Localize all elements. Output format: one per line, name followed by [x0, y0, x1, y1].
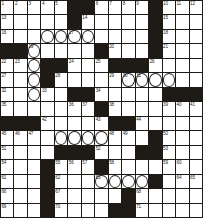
- crossword-cell[interactable]: [82, 30, 94, 43]
- crossword-cell[interactable]: [136, 88, 148, 101]
- crossword-cell[interactable]: 9: [136, 1, 148, 14]
- crossword-cell[interactable]: [14, 160, 26, 173]
- crossword-cell[interactable]: [176, 204, 188, 217]
- crossword-cell[interactable]: [82, 189, 94, 202]
- crossword-cell[interactable]: [176, 189, 188, 202]
- theme-circle-marker: [163, 73, 175, 86]
- crossword-cell[interactable]: 14: [82, 15, 94, 28]
- crossword-cell[interactable]: 20: [109, 44, 121, 57]
- crossword-cell[interactable]: [122, 15, 134, 28]
- clue-number: 26: [150, 59, 155, 64]
- crossword-cell[interactable]: [14, 146, 26, 159]
- clue-number: 39: [163, 102, 168, 107]
- crossword-cell[interactable]: [163, 59, 175, 72]
- crossword-cell[interactable]: [149, 189, 161, 202]
- crossword-grid: 1234567891011121314151617181920212223242…: [0, 0, 203, 218]
- crossword-cell[interactable]: [28, 15, 40, 28]
- crossword-cell[interactable]: 64: [176, 175, 188, 188]
- crossword-cell[interactable]: [190, 73, 202, 86]
- theme-circle-marker: [28, 59, 40, 72]
- crossword-cell[interactable]: [163, 117, 175, 130]
- crossword-cell[interactable]: 2: [14, 1, 26, 14]
- clue-number: 14: [82, 15, 87, 20]
- crossword-cell[interactable]: [55, 15, 67, 28]
- crossword-cell[interactable]: 39: [163, 102, 175, 115]
- theme-circle-marker: [55, 30, 67, 43]
- crossword-cell[interactable]: 5: [55, 1, 67, 14]
- clue-number: 32: [2, 88, 7, 93]
- black-cell: [109, 59, 121, 72]
- crossword-cell[interactable]: 48: [109, 131, 121, 144]
- crossword-cell[interactable]: 57: [82, 160, 94, 173]
- black-cell: [82, 1, 94, 14]
- clue-number: 66: [2, 189, 7, 194]
- crossword-cell[interactable]: 40: [176, 102, 188, 115]
- crossword-cell[interactable]: 17: [68, 30, 80, 43]
- crossword-cell[interactable]: 43: [95, 117, 107, 130]
- crossword-cell[interactable]: 54: [1, 160, 13, 173]
- crossword-cell[interactable]: [190, 44, 202, 57]
- crossword-cell[interactable]: [41, 30, 53, 43]
- crossword-cell[interactable]: [149, 160, 161, 173]
- clue-number: 42: [42, 117, 47, 122]
- crossword-cell[interactable]: [28, 146, 40, 159]
- crossword-cell[interactable]: 61: [1, 175, 13, 188]
- crossword-cell[interactable]: [55, 44, 67, 57]
- crossword-cell[interactable]: [41, 102, 53, 115]
- crossword-cell[interactable]: 22: [1, 59, 13, 72]
- clue-number: 5: [55, 1, 57, 6]
- black-cell: [136, 59, 148, 72]
- clue-number: 23: [15, 59, 20, 64]
- crossword-cell[interactable]: 38: [109, 102, 121, 115]
- crossword-cell[interactable]: [190, 189, 202, 202]
- clue-number: 70: [55, 204, 60, 209]
- crossword-cell[interactable]: 70: [55, 204, 67, 217]
- black-cell: [149, 175, 161, 188]
- crossword-cell[interactable]: [190, 131, 202, 144]
- crossword-cell[interactable]: [136, 44, 148, 57]
- clue-number: 47: [28, 131, 33, 136]
- crossword-cell[interactable]: 10: [163, 1, 175, 14]
- crossword-cell[interactable]: 44: [136, 117, 148, 130]
- theme-circle-marker: [28, 73, 40, 86]
- crossword-cell[interactable]: 42: [41, 117, 53, 130]
- crossword-cell[interactable]: 37: [82, 102, 94, 115]
- clue-number: 30: [123, 73, 128, 78]
- clue-number: 71: [136, 204, 141, 209]
- crossword-cell[interactable]: 47: [28, 131, 40, 144]
- theme-circle-marker: [149, 73, 161, 86]
- crossword-cell[interactable]: [95, 73, 107, 86]
- clue-number: 25: [96, 59, 101, 64]
- crossword-cell[interactable]: 68: [136, 189, 148, 202]
- crossword-cell[interactable]: 3: [28, 1, 40, 14]
- crossword-cell[interactable]: [82, 117, 94, 130]
- crossword-cell[interactable]: 59: [163, 160, 175, 173]
- black-cell: [122, 189, 134, 202]
- crossword-cell[interactable]: [95, 30, 107, 43]
- clue-number: 55: [55, 160, 60, 165]
- theme-circle-marker: [136, 175, 148, 188]
- clue-number: 52: [96, 146, 101, 151]
- clue-number: 20: [109, 44, 114, 49]
- crossword-cell[interactable]: 4: [41, 1, 53, 14]
- black-cell: [149, 1, 161, 14]
- crossword-cell[interactable]: [190, 204, 202, 217]
- clue-number: 45: [2, 131, 7, 136]
- black-cell: [122, 59, 134, 72]
- crossword-cell[interactable]: [136, 102, 148, 115]
- clue-number: 16: [2, 30, 7, 35]
- crossword-cell[interactable]: [82, 175, 94, 188]
- crossword-cell[interactable]: [190, 160, 202, 173]
- clue-number: 1: [2, 1, 4, 6]
- crossword-cell[interactable]: [136, 30, 148, 43]
- crossword-cell[interactable]: [55, 102, 67, 115]
- clue-number: 35: [2, 102, 7, 107]
- clue-number: 9: [136, 1, 138, 6]
- crossword-cell[interactable]: [176, 73, 188, 86]
- clue-number: 22: [2, 59, 7, 64]
- crossword-cell[interactable]: [122, 44, 134, 57]
- black-cell: [55, 59, 67, 72]
- crossword-cell[interactable]: 28: [55, 73, 67, 86]
- clue-number: 61: [2, 175, 7, 180]
- black-cell: [41, 73, 53, 86]
- clue-number: 10: [163, 1, 168, 6]
- crossword-cell[interactable]: [14, 102, 26, 115]
- crossword-cell[interactable]: 13: [1, 15, 13, 28]
- clue-number: 15: [163, 15, 168, 20]
- crossword-cell[interactable]: [136, 160, 148, 173]
- clue-number: 38: [109, 102, 114, 107]
- black-cell: [190, 88, 202, 101]
- clue-number: 33: [42, 88, 47, 93]
- crossword-cell[interactable]: [190, 15, 202, 28]
- clue-number: 67: [55, 189, 60, 194]
- crossword-cell[interactable]: [82, 204, 94, 217]
- crossword-cell[interactable]: 34: [95, 88, 107, 101]
- crossword-cell[interactable]: [28, 204, 40, 217]
- crossword-cell[interactable]: 62: [55, 175, 67, 188]
- crossword-cell[interactable]: [68, 131, 80, 144]
- crossword-cell[interactable]: [41, 15, 53, 28]
- crossword-cell[interactable]: [176, 59, 188, 72]
- theme-circle-marker: [109, 175, 121, 188]
- theme-circle-marker: [55, 131, 67, 144]
- clue-number: 3: [28, 1, 30, 6]
- black-cell: [149, 30, 161, 43]
- crossword-cell[interactable]: [136, 175, 148, 188]
- crossword-cell[interactable]: 25: [95, 59, 107, 72]
- crossword-cell[interactable]: [149, 73, 161, 86]
- crossword-cell[interactable]: [149, 204, 161, 217]
- clue-number: 17: [69, 30, 74, 35]
- black-cell: [14, 44, 26, 57]
- crossword-cell[interactable]: [41, 131, 53, 144]
- clue-number: 60: [177, 160, 182, 165]
- clue-number: 18: [163, 30, 168, 35]
- crossword-cell[interactable]: [68, 73, 80, 86]
- crossword-cell[interactable]: [68, 175, 80, 188]
- clue-number: 62: [55, 175, 60, 180]
- clue-number: 27: [2, 73, 7, 78]
- clue-number: 12: [190, 1, 195, 6]
- crossword-cell[interactable]: [122, 102, 134, 115]
- crossword-cell[interactable]: 56: [68, 160, 80, 173]
- crossword-cell[interactable]: 8: [122, 1, 134, 14]
- black-cell: [82, 146, 94, 159]
- crossword-cell[interactable]: 29: [109, 73, 121, 86]
- black-cell: [149, 44, 161, 57]
- crossword-cell[interactable]: 60: [176, 160, 188, 173]
- crossword-cell[interactable]: [14, 73, 26, 86]
- crossword-cell[interactable]: 52: [95, 146, 107, 159]
- clue-number: 34: [96, 88, 101, 93]
- crossword-cell[interactable]: [82, 44, 94, 57]
- theme-circle-marker: [41, 30, 53, 43]
- crossword-cell[interactable]: [28, 73, 40, 86]
- clue-number: 8: [123, 1, 125, 6]
- crossword-cell[interactable]: 36: [68, 102, 80, 115]
- crossword-cell[interactable]: [136, 131, 148, 144]
- crossword-cell[interactable]: [163, 204, 175, 217]
- crossword-cell[interactable]: [14, 189, 26, 202]
- crossword-cell[interactable]: [122, 160, 134, 173]
- crossword-cell[interactable]: [163, 73, 175, 86]
- black-cell: [28, 117, 40, 130]
- clue-number: 59: [163, 160, 168, 165]
- black-cell: [68, 146, 80, 159]
- clue-number: 28: [55, 73, 60, 78]
- crossword-cell[interactable]: 67: [55, 189, 67, 202]
- clue-number: 49: [123, 131, 128, 136]
- crossword-cell[interactable]: 12: [190, 1, 202, 14]
- crossword-cell[interactable]: [95, 189, 107, 202]
- crossword-cell[interactable]: [41, 146, 53, 159]
- black-cell: [41, 160, 53, 173]
- crossword-cell[interactable]: 63: [95, 175, 107, 188]
- black-cell: [95, 44, 107, 57]
- clue-number: 53: [163, 146, 168, 151]
- crossword-cell[interactable]: 6: [95, 1, 107, 14]
- crossword-cell[interactable]: [109, 189, 121, 202]
- clue-number: 36: [69, 102, 74, 107]
- clue-number: 4: [42, 1, 44, 6]
- clue-number: 41: [190, 102, 195, 107]
- crossword-cell[interactable]: [28, 189, 40, 202]
- crossword-cell[interactable]: [190, 146, 202, 159]
- black-cell: [149, 15, 161, 28]
- black-cell: [122, 117, 134, 130]
- crossword-cell[interactable]: [28, 59, 40, 72]
- black-cell: [109, 117, 121, 130]
- crossword-cell[interactable]: [28, 160, 40, 173]
- crossword-cell[interactable]: [55, 88, 67, 101]
- crossword-cell[interactable]: 55: [55, 160, 67, 173]
- crossword-cell[interactable]: [95, 131, 107, 144]
- crossword-cell[interactable]: 19: [28, 44, 40, 57]
- crossword-cell[interactable]: [190, 117, 202, 130]
- crossword-cell[interactable]: [136, 15, 148, 28]
- crossword-cell[interactable]: 32: [1, 88, 13, 101]
- crossword-cell[interactable]: [190, 30, 202, 43]
- theme-circle-marker: [122, 175, 134, 188]
- clue-number: 58: [109, 160, 114, 165]
- crossword-cell[interactable]: [122, 175, 134, 188]
- black-cell: [68, 1, 80, 14]
- black-cell: [149, 131, 161, 144]
- crossword-cell[interactable]: 16: [1, 30, 13, 43]
- black-cell: [95, 102, 107, 115]
- crossword-cell[interactable]: 69: [1, 204, 13, 217]
- clue-number: 7: [109, 1, 111, 6]
- crossword-cell[interactable]: 71: [136, 204, 148, 217]
- crossword-cell[interactable]: [82, 59, 94, 72]
- crossword-cell[interactable]: [95, 204, 107, 217]
- crossword-cell[interactable]: 21: [163, 44, 175, 57]
- crossword-cell[interactable]: [68, 204, 80, 217]
- crossword-cell[interactable]: 33: [41, 88, 53, 101]
- crossword-cell[interactable]: [109, 30, 121, 43]
- crossword-cell[interactable]: 51: [1, 146, 13, 159]
- clue-number: 21: [163, 44, 168, 49]
- clue-number: 51: [2, 146, 7, 151]
- crossword-cell[interactable]: 15: [163, 15, 175, 28]
- crossword-cell[interactable]: 23: [14, 59, 26, 72]
- crossword-cell[interactable]: [122, 146, 134, 159]
- clue-number: 43: [96, 117, 101, 122]
- clue-number: 37: [82, 102, 87, 107]
- clue-number: 54: [2, 160, 7, 165]
- crossword-cell[interactable]: [149, 88, 161, 101]
- clue-number: 24: [69, 59, 74, 64]
- crossword-cell[interactable]: 45: [1, 131, 13, 144]
- crossword-cell[interactable]: 50: [163, 131, 175, 144]
- crossword-cell[interactable]: [95, 15, 107, 28]
- crossword-cell[interactable]: 58: [109, 160, 121, 173]
- clue-number: 56: [69, 160, 74, 165]
- theme-circle-marker: [82, 131, 94, 144]
- crossword-cell[interactable]: 11: [176, 1, 188, 14]
- clue-number: 31: [136, 73, 141, 78]
- crossword-cell[interactable]: [14, 30, 26, 43]
- crossword-cell[interactable]: [82, 73, 94, 86]
- crossword-cell[interactable]: [122, 88, 134, 101]
- black-cell: [109, 204, 121, 217]
- crossword-cell[interactable]: [109, 88, 121, 101]
- crossword-cell[interactable]: [190, 59, 202, 72]
- crossword-cell[interactable]: [68, 44, 80, 57]
- black-cell: [68, 88, 80, 101]
- clue-number: 69: [2, 204, 7, 209]
- crossword-cell[interactable]: [109, 15, 121, 28]
- crossword-cell[interactable]: 41: [190, 102, 202, 115]
- crossword-cell[interactable]: 66: [1, 189, 13, 202]
- crossword-cell[interactable]: 46: [14, 131, 26, 144]
- black-cell: [55, 146, 67, 159]
- crossword-cell[interactable]: [28, 102, 40, 115]
- crossword-cell[interactable]: [28, 30, 40, 43]
- black-cell: [41, 189, 53, 202]
- clue-number: 57: [82, 160, 87, 165]
- crossword-cell[interactable]: 27: [1, 73, 13, 86]
- crossword-cell[interactable]: 18: [163, 30, 175, 43]
- crossword-cell[interactable]: [109, 175, 121, 188]
- black-cell: [68, 15, 80, 28]
- clue-number: 63: [96, 175, 101, 180]
- crossword-cell[interactable]: 1: [1, 1, 13, 14]
- crossword-cell[interactable]: [55, 131, 67, 144]
- black-cell: [1, 117, 13, 130]
- crossword-cell[interactable]: [28, 88, 40, 101]
- crossword-cell[interactable]: 35: [1, 102, 13, 115]
- crossword-cell[interactable]: [14, 175, 26, 188]
- clue-number: 11: [177, 1, 181, 6]
- clue-number: 19: [28, 44, 33, 49]
- black-cell: [41, 59, 53, 72]
- crossword-cell[interactable]: [176, 30, 188, 43]
- crossword-cell[interactable]: 65: [190, 175, 202, 188]
- crossword-cell[interactable]: [176, 15, 188, 28]
- clue-number: 64: [177, 175, 182, 180]
- crossword-cell[interactable]: [41, 44, 53, 57]
- clue-number: 40: [177, 102, 182, 107]
- crossword-cell[interactable]: [82, 131, 94, 144]
- crossword-cell[interactable]: [14, 88, 26, 101]
- crossword-cell[interactable]: [122, 30, 134, 43]
- clue-number: 13: [2, 15, 7, 20]
- clue-number: 50: [163, 131, 168, 136]
- crossword-cell[interactable]: [176, 44, 188, 57]
- crossword-cell[interactable]: [149, 117, 161, 130]
- crossword-cell[interactable]: 49: [122, 131, 134, 144]
- crossword-cell[interactable]: 31: [136, 73, 148, 86]
- crossword-cell[interactable]: [163, 175, 175, 188]
- black-cell: [122, 204, 134, 217]
- clue-number: 6: [96, 1, 98, 6]
- crossword-cell[interactable]: [68, 189, 80, 202]
- clue-number: 44: [136, 117, 141, 122]
- crossword-cell[interactable]: 7: [109, 1, 121, 14]
- crossword-cell[interactable]: [55, 117, 67, 130]
- crossword-cell[interactable]: [163, 189, 175, 202]
- clue-number: 29: [109, 73, 114, 78]
- crossword-cell[interactable]: [14, 204, 26, 217]
- crossword-cell[interactable]: 30: [122, 73, 134, 86]
- crossword-cell[interactable]: 26: [149, 59, 161, 72]
- crossword-cell[interactable]: [176, 131, 188, 144]
- black-cell: [163, 88, 175, 101]
- crossword-cell[interactable]: [28, 175, 40, 188]
- black-cell: [136, 146, 148, 159]
- black-cell: [1, 44, 13, 57]
- crossword-cell[interactable]: [55, 30, 67, 43]
- crossword-cell[interactable]: 53: [163, 146, 175, 159]
- crossword-cell[interactable]: [68, 117, 80, 130]
- crossword-cell[interactable]: [14, 15, 26, 28]
- crossword-cell[interactable]: [149, 102, 161, 115]
- crossword-cell[interactable]: 24: [68, 59, 80, 72]
- crossword-cell[interactable]: [109, 146, 121, 159]
- theme-circle-marker: [82, 30, 94, 43]
- crossword-cell[interactable]: [176, 146, 188, 159]
- black-cell: [41, 175, 53, 188]
- black-cell: [41, 204, 53, 217]
- crossword-cell[interactable]: [176, 117, 188, 130]
- black-cell: [14, 117, 26, 130]
